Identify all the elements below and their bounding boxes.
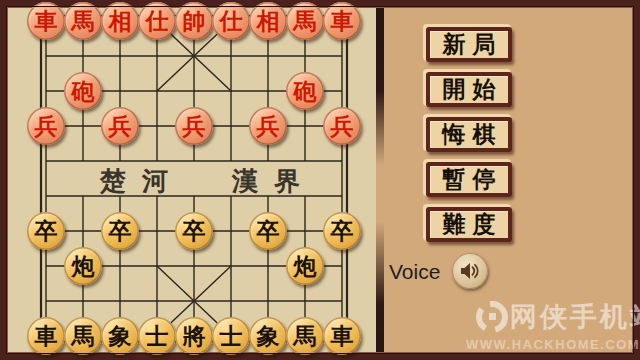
piece-red-elephant[interactable]: 相	[249, 2, 287, 40]
board-grid-lines	[8, 8, 376, 352]
pause-button[interactable]: 暫停	[426, 162, 512, 197]
piece-black-soldier[interactable]: 卒	[249, 212, 287, 250]
control-panel: 新局開始悔棋暫停難度 Voice	[384, 8, 632, 352]
piece-red-cannon[interactable]: 砲	[286, 72, 324, 110]
piece-red-chariot[interactable]: 車	[323, 2, 361, 40]
piece-red-general[interactable]: 帥	[175, 2, 213, 40]
piece-red-horse[interactable]: 馬	[64, 2, 102, 40]
piece-black-cannon[interactable]: 炮	[286, 247, 324, 285]
piece-red-horse[interactable]: 馬	[286, 2, 324, 40]
piece-black-chariot[interactable]: 車	[323, 317, 361, 355]
speaker-icon	[458, 259, 482, 283]
piece-red-advisor[interactable]: 仕	[138, 2, 176, 40]
piece-red-advisor[interactable]: 仕	[212, 2, 250, 40]
piece-black-chariot[interactable]: 車	[27, 317, 65, 355]
piece-red-elephant[interactable]: 相	[101, 2, 139, 40]
piece-black-horse[interactable]: 馬	[286, 317, 324, 355]
piece-black-elephant[interactable]: 象	[101, 317, 139, 355]
piece-black-cannon[interactable]: 炮	[64, 247, 102, 285]
xiangqi-app-window: 楚河 漢界 車馬相仕帥仕相馬車砲砲兵兵兵兵兵卒卒卒卒卒炮炮車馬象士將士象馬車 新…	[0, 0, 640, 360]
piece-black-elephant[interactable]: 象	[249, 317, 287, 355]
xiangqi-board[interactable]: 楚河 漢界 車馬相仕帥仕相馬車砲砲兵兵兵兵兵卒卒卒卒卒炮炮車馬象士將士象馬車	[8, 8, 376, 352]
difficulty-button[interactable]: 難度	[426, 207, 512, 242]
river-label-right: 漢界	[232, 164, 316, 199]
piece-red-cannon[interactable]: 砲	[64, 72, 102, 110]
piece-black-soldier[interactable]: 卒	[101, 212, 139, 250]
piece-black-soldier[interactable]: 卒	[323, 212, 361, 250]
river-label-left: 楚河	[100, 164, 184, 199]
new-game-button[interactable]: 新局	[426, 27, 512, 62]
piece-red-soldier[interactable]: 兵	[175, 107, 213, 145]
piece-black-advisor[interactable]: 士	[212, 317, 250, 355]
pause-button-label: 暫停	[443, 164, 503, 195]
piece-red-soldier[interactable]: 兵	[249, 107, 287, 145]
start-button-label: 開始	[443, 74, 503, 105]
undo-button[interactable]: 悔棋	[426, 117, 512, 152]
undo-button-label: 悔棋	[443, 119, 503, 150]
voice-label: Voice	[389, 260, 440, 284]
piece-black-soldier[interactable]: 卒	[27, 212, 65, 250]
new-game-button-label: 新局	[443, 29, 503, 60]
piece-black-horse[interactable]: 馬	[64, 317, 102, 355]
piece-black-advisor[interactable]: 士	[138, 317, 176, 355]
difficulty-button-label: 難度	[443, 209, 503, 240]
piece-red-chariot[interactable]: 車	[27, 2, 65, 40]
piece-black-general[interactable]: 將	[175, 317, 213, 355]
piece-red-soldier[interactable]: 兵	[323, 107, 361, 145]
voice-toggle-button[interactable]	[452, 253, 488, 289]
piece-red-soldier[interactable]: 兵	[27, 107, 65, 145]
start-button[interactable]: 開始	[426, 72, 512, 107]
board-panel-divider	[376, 8, 384, 352]
piece-black-soldier[interactable]: 卒	[175, 212, 213, 250]
piece-red-soldier[interactable]: 兵	[101, 107, 139, 145]
